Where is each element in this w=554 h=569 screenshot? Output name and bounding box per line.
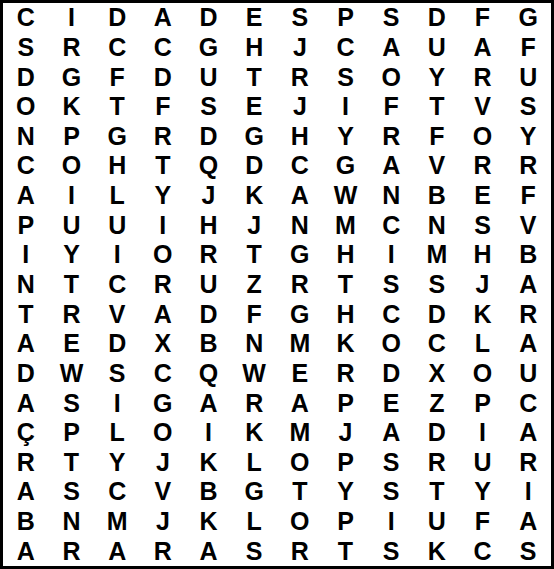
- cell-r12c5[interactable]: B: [186, 329, 232, 359]
- cell-r10c1[interactable]: N: [3, 270, 49, 300]
- cell-r2c3[interactable]: C: [94, 33, 140, 63]
- cell-r17c6[interactable]: G: [231, 477, 277, 507]
- cell-r18c7[interactable]: O: [277, 507, 323, 537]
- cell-r2c7[interactable]: J: [277, 33, 323, 63]
- cell-r12c8[interactable]: K: [323, 329, 369, 359]
- cell-r15c8[interactable]: J: [323, 418, 369, 448]
- cell-r10c11[interactable]: J: [460, 270, 506, 300]
- cell-r4c2[interactable]: K: [49, 92, 95, 122]
- cell-r7c5[interactable]: J: [186, 181, 232, 211]
- cell-r7c3[interactable]: L: [94, 181, 140, 211]
- cell-r15c1[interactable]: Ç: [3, 418, 49, 448]
- cell-r11c1[interactable]: T: [3, 299, 49, 329]
- cell-r7c7[interactable]: A: [277, 181, 323, 211]
- cell-r4c9[interactable]: F: [368, 92, 414, 122]
- cell-r7c9[interactable]: N: [368, 181, 414, 211]
- cell-r5c4[interactable]: R: [140, 122, 186, 152]
- cell-r3c4[interactable]: D: [140, 62, 186, 92]
- cell-r11c6[interactable]: F: [231, 299, 277, 329]
- cell-r9c1[interactable]: I: [3, 240, 49, 270]
- cell-r12c4[interactable]: X: [140, 329, 186, 359]
- cell-r3c6[interactable]: T: [231, 62, 277, 92]
- cell-r13c3[interactable]: S: [94, 359, 140, 389]
- cell-r8c8[interactable]: M: [323, 210, 369, 240]
- cell-r2c8[interactable]: C: [323, 33, 369, 63]
- cell-r6c9[interactable]: A: [368, 151, 414, 181]
- cell-r6c2[interactable]: O: [49, 151, 95, 181]
- cell-r19c4[interactable]: R: [140, 536, 186, 566]
- cell-r16c11[interactable]: U: [460, 447, 506, 477]
- cell-r14c7[interactable]: A: [277, 388, 323, 418]
- cell-r18c6[interactable]: L: [231, 507, 277, 537]
- cell-r15c3[interactable]: L: [94, 418, 140, 448]
- cell-r10c7[interactable]: R: [277, 270, 323, 300]
- cell-r15c6[interactable]: K: [231, 418, 277, 448]
- cell-r7c12[interactable]: F: [505, 181, 551, 211]
- cell-r9c9[interactable]: I: [368, 240, 414, 270]
- cell-r19c9[interactable]: S: [368, 536, 414, 566]
- cell-r8c4[interactable]: I: [140, 210, 186, 240]
- cell-r10c2[interactable]: T: [49, 270, 95, 300]
- cell-r5c12[interactable]: Y: [505, 122, 551, 152]
- cell-r17c3[interactable]: C: [94, 477, 140, 507]
- cell-r17c8[interactable]: Y: [323, 477, 369, 507]
- cell-r8c3[interactable]: U: [94, 210, 140, 240]
- cell-r4c10[interactable]: T: [414, 92, 460, 122]
- cell-r9c6[interactable]: T: [231, 240, 277, 270]
- cell-r3c1[interactable]: D: [3, 62, 49, 92]
- cell-r1c8[interactable]: P: [323, 3, 369, 33]
- cell-r6c4[interactable]: T: [140, 151, 186, 181]
- cell-r17c1[interactable]: A: [3, 477, 49, 507]
- cell-r16c6[interactable]: L: [231, 447, 277, 477]
- cell-r19c8[interactable]: T: [323, 536, 369, 566]
- cell-r10c10[interactable]: S: [414, 270, 460, 300]
- cell-r18c3[interactable]: M: [94, 507, 140, 537]
- cell-r15c5[interactable]: I: [186, 418, 232, 448]
- cell-r8c9[interactable]: C: [368, 210, 414, 240]
- cell-r13c1[interactable]: D: [3, 359, 49, 389]
- cell-r19c1[interactable]: A: [3, 536, 49, 566]
- cell-r9c2[interactable]: Y: [49, 240, 95, 270]
- cell-r3c11[interactable]: R: [460, 62, 506, 92]
- cell-r5c9[interactable]: R: [368, 122, 414, 152]
- cell-r9c7[interactable]: G: [277, 240, 323, 270]
- cell-r8c10[interactable]: N: [414, 210, 460, 240]
- cell-r8c7[interactable]: N: [277, 210, 323, 240]
- cell-r6c10[interactable]: V: [414, 151, 460, 181]
- cell-r13c2[interactable]: W: [49, 359, 95, 389]
- cell-r5c1[interactable]: N: [3, 122, 49, 152]
- cell-r6c3[interactable]: H: [94, 151, 140, 181]
- cell-r10c6[interactable]: Z: [231, 270, 277, 300]
- cell-r19c10[interactable]: K: [414, 536, 460, 566]
- cell-r8c11[interactable]: S: [460, 210, 506, 240]
- cell-r11c12[interactable]: R: [505, 299, 551, 329]
- cell-r12c12[interactable]: A: [505, 329, 551, 359]
- cell-r1c9[interactable]: S: [368, 3, 414, 33]
- cell-r9c12[interactable]: B: [505, 240, 551, 270]
- cell-r2c12[interactable]: F: [505, 33, 551, 63]
- cell-r12c11[interactable]: L: [460, 329, 506, 359]
- word-search-grid: CIDADESPSDFGSRCCGHJCAUAFDGFDUTRSOYRUOKTF…: [0, 0, 554, 569]
- cell-r19c12[interactable]: S: [505, 536, 551, 566]
- cell-r1c5[interactable]: D: [186, 3, 232, 33]
- cell-r16c5[interactable]: K: [186, 447, 232, 477]
- cell-r19c2[interactable]: R: [49, 536, 95, 566]
- cell-r7c6[interactable]: K: [231, 181, 277, 211]
- cell-r5c5[interactable]: D: [186, 122, 232, 152]
- cell-r7c10[interactable]: B: [414, 181, 460, 211]
- cell-r16c12[interactable]: R: [505, 447, 551, 477]
- cell-r19c7[interactable]: R: [277, 536, 323, 566]
- cell-r11c5[interactable]: D: [186, 299, 232, 329]
- cell-r17c9[interactable]: S: [368, 477, 414, 507]
- cell-r9c10[interactable]: M: [414, 240, 460, 270]
- cell-r3c12[interactable]: U: [505, 62, 551, 92]
- cell-r7c2[interactable]: I: [49, 181, 95, 211]
- cell-r10c8[interactable]: T: [323, 270, 369, 300]
- cell-r15c2[interactable]: P: [49, 418, 95, 448]
- cell-r16c4[interactable]: J: [140, 447, 186, 477]
- cell-r11c8[interactable]: H: [323, 299, 369, 329]
- cell-r13c6[interactable]: W: [231, 359, 277, 389]
- cell-r3c10[interactable]: Y: [414, 62, 460, 92]
- cell-r1c10[interactable]: D: [414, 3, 460, 33]
- cell-r5c6[interactable]: G: [231, 122, 277, 152]
- cell-r16c10[interactable]: R: [414, 447, 460, 477]
- cell-r16c8[interactable]: P: [323, 447, 369, 477]
- cell-r4c8[interactable]: I: [323, 92, 369, 122]
- cell-r16c7[interactable]: O: [277, 447, 323, 477]
- cell-r19c11[interactable]: C: [460, 536, 506, 566]
- cell-r6c7[interactable]: C: [277, 151, 323, 181]
- cell-r6c1[interactable]: C: [3, 151, 49, 181]
- cell-r10c9[interactable]: S: [368, 270, 414, 300]
- cell-r2c1[interactable]: S: [3, 33, 49, 63]
- cell-r8c12[interactable]: V: [505, 210, 551, 240]
- cell-r11c4[interactable]: A: [140, 299, 186, 329]
- cell-r16c9[interactable]: S: [368, 447, 414, 477]
- cell-r5c10[interactable]: F: [414, 122, 460, 152]
- cell-r4c4[interactable]: F: [140, 92, 186, 122]
- cell-r5c2[interactable]: P: [49, 122, 95, 152]
- cell-r14c3[interactable]: I: [94, 388, 140, 418]
- cell-r14c2[interactable]: S: [49, 388, 95, 418]
- cell-r7c8[interactable]: W: [323, 181, 369, 211]
- cell-r18c1[interactable]: B: [3, 507, 49, 537]
- cell-r13c9[interactable]: D: [368, 359, 414, 389]
- cell-r1c12[interactable]: G: [505, 3, 551, 33]
- cell-r18c11[interactable]: F: [460, 507, 506, 537]
- cell-r14c9[interactable]: E: [368, 388, 414, 418]
- cell-r6c5[interactable]: Q: [186, 151, 232, 181]
- cell-r14c6[interactable]: R: [231, 388, 277, 418]
- cell-r8c6[interactable]: J: [231, 210, 277, 240]
- cell-r11c10[interactable]: D: [414, 299, 460, 329]
- cell-r1c6[interactable]: E: [231, 3, 277, 33]
- cell-r12c1[interactable]: A: [3, 329, 49, 359]
- cell-r7c1[interactable]: A: [3, 181, 49, 211]
- cell-r1c3[interactable]: D: [94, 3, 140, 33]
- cell-r17c12[interactable]: I: [505, 477, 551, 507]
- cell-r13c8[interactable]: R: [323, 359, 369, 389]
- cell-r8c1[interactable]: P: [3, 210, 49, 240]
- cell-r12c6[interactable]: N: [231, 329, 277, 359]
- cell-r17c7[interactable]: T: [277, 477, 323, 507]
- cell-r19c6[interactable]: S: [231, 536, 277, 566]
- cell-r2c6[interactable]: H: [231, 33, 277, 63]
- cell-r3c8[interactable]: S: [323, 62, 369, 92]
- cell-r18c2[interactable]: N: [49, 507, 95, 537]
- cell-r15c7[interactable]: M: [277, 418, 323, 448]
- cell-r5c3[interactable]: G: [94, 122, 140, 152]
- cell-r11c2[interactable]: R: [49, 299, 95, 329]
- cell-r9c4[interactable]: O: [140, 240, 186, 270]
- cell-r14c12[interactable]: C: [505, 388, 551, 418]
- cell-r17c10[interactable]: T: [414, 477, 460, 507]
- cell-r14c11[interactable]: P: [460, 388, 506, 418]
- cell-r8c5[interactable]: H: [186, 210, 232, 240]
- cell-r15c11[interactable]: I: [460, 418, 506, 448]
- cell-r1c1[interactable]: C: [3, 3, 49, 33]
- cell-r17c11[interactable]: Y: [460, 477, 506, 507]
- cell-r4c6[interactable]: E: [231, 92, 277, 122]
- cell-r18c8[interactable]: P: [323, 507, 369, 537]
- cell-r2c10[interactable]: U: [414, 33, 460, 63]
- cell-r13c7[interactable]: E: [277, 359, 323, 389]
- cell-r3c5[interactable]: U: [186, 62, 232, 92]
- cell-r4c12[interactable]: S: [505, 92, 551, 122]
- cell-r19c5[interactable]: A: [186, 536, 232, 566]
- cell-r6c6[interactable]: D: [231, 151, 277, 181]
- cell-r16c1[interactable]: R: [3, 447, 49, 477]
- cell-r12c10[interactable]: C: [414, 329, 460, 359]
- cell-r17c5[interactable]: B: [186, 477, 232, 507]
- cell-r14c10[interactable]: Z: [414, 388, 460, 418]
- cell-r12c7[interactable]: M: [277, 329, 323, 359]
- cell-r3c9[interactable]: O: [368, 62, 414, 92]
- cell-r6c8[interactable]: G: [323, 151, 369, 181]
- cell-r7c11[interactable]: E: [460, 181, 506, 211]
- cell-r13c5[interactable]: Q: [186, 359, 232, 389]
- cell-r7c4[interactable]: Y: [140, 181, 186, 211]
- cell-r16c3[interactable]: Y: [94, 447, 140, 477]
- cell-r10c3[interactable]: C: [94, 270, 140, 300]
- cell-r2c11[interactable]: A: [460, 33, 506, 63]
- cell-r4c7[interactable]: J: [277, 92, 323, 122]
- cell-r6c11[interactable]: R: [460, 151, 506, 181]
- cell-r2c2[interactable]: R: [49, 33, 95, 63]
- cell-r3c7[interactable]: R: [277, 62, 323, 92]
- cell-r9c5[interactable]: R: [186, 240, 232, 270]
- cell-r13c10[interactable]: X: [414, 359, 460, 389]
- cell-r10c4[interactable]: R: [140, 270, 186, 300]
- cell-r15c12[interactable]: A: [505, 418, 551, 448]
- cell-r6c12[interactable]: R: [505, 151, 551, 181]
- cell-r13c11[interactable]: O: [460, 359, 506, 389]
- cell-r16c2[interactable]: T: [49, 447, 95, 477]
- cell-r11c7[interactable]: G: [277, 299, 323, 329]
- cell-r14c8[interactable]: P: [323, 388, 369, 418]
- cell-r14c1[interactable]: A: [3, 388, 49, 418]
- cell-r1c7[interactable]: S: [277, 3, 323, 33]
- cell-r11c9[interactable]: C: [368, 299, 414, 329]
- cell-r8c2[interactable]: U: [49, 210, 95, 240]
- cell-r12c9[interactable]: O: [368, 329, 414, 359]
- cell-r2c9[interactable]: A: [368, 33, 414, 63]
- cell-r1c2[interactable]: I: [49, 3, 95, 33]
- cell-r11c11[interactable]: K: [460, 299, 506, 329]
- cell-r18c5[interactable]: K: [186, 507, 232, 537]
- cell-r18c4[interactable]: J: [140, 507, 186, 537]
- cell-r18c9[interactable]: I: [368, 507, 414, 537]
- cell-r11c3[interactable]: V: [94, 299, 140, 329]
- cell-r10c5[interactable]: U: [186, 270, 232, 300]
- cell-r13c12[interactable]: U: [505, 359, 551, 389]
- cell-r9c3[interactable]: I: [94, 240, 140, 270]
- cell-r1c11[interactable]: F: [460, 3, 506, 33]
- cell-r17c4[interactable]: V: [140, 477, 186, 507]
- cell-r19c3[interactable]: A: [94, 536, 140, 566]
- cell-r3c3[interactable]: F: [94, 62, 140, 92]
- cell-r1c4[interactable]: A: [140, 3, 186, 33]
- cell-r13c4[interactable]: C: [140, 359, 186, 389]
- cell-r10c12[interactable]: A: [505, 270, 551, 300]
- cell-r4c11[interactable]: V: [460, 92, 506, 122]
- cell-r12c3[interactable]: D: [94, 329, 140, 359]
- cell-r15c4[interactable]: O: [140, 418, 186, 448]
- cell-r4c1[interactable]: O: [3, 92, 49, 122]
- cell-r4c3[interactable]: T: [94, 92, 140, 122]
- cell-r5c7[interactable]: H: [277, 122, 323, 152]
- cell-r4c5[interactable]: S: [186, 92, 232, 122]
- cell-r5c8[interactable]: Y: [323, 122, 369, 152]
- cell-r18c10[interactable]: U: [414, 507, 460, 537]
- cell-r5c11[interactable]: O: [460, 122, 506, 152]
- cell-r12c2[interactable]: E: [49, 329, 95, 359]
- cell-r2c4[interactable]: C: [140, 33, 186, 63]
- cell-r9c11[interactable]: H: [460, 240, 506, 270]
- cell-r3c2[interactable]: G: [49, 62, 95, 92]
- cell-r18c12[interactable]: A: [505, 507, 551, 537]
- cell-r15c10[interactable]: D: [414, 418, 460, 448]
- cell-r17c2[interactable]: S: [49, 477, 95, 507]
- cell-r2c5[interactable]: G: [186, 33, 232, 63]
- cell-r14c5[interactable]: A: [186, 388, 232, 418]
- cell-r15c9[interactable]: A: [368, 418, 414, 448]
- cell-r9c8[interactable]: H: [323, 240, 369, 270]
- cell-r14c4[interactable]: G: [140, 388, 186, 418]
